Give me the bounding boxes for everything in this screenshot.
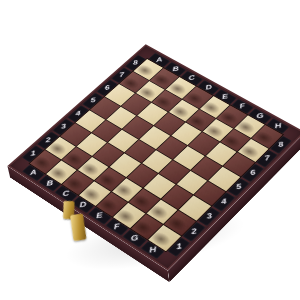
chess-board: ABCDEFGH ABCDEFGH 87654321 87654321 ♜♞♝♛…: [7, 44, 300, 271]
perspective-camera: ABCDEFGH ABCDEFGH 87654321 87654321 ♜♞♝♛…: [0, 0, 300, 300]
clasp-plate-bottom: [70, 213, 86, 241]
chess-set-photo: ABCDEFGH ABCDEFGH 87654321 87654321 ♜♞♝♛…: [0, 0, 300, 300]
scene: ABCDEFGH ABCDEFGH 87654321 87654321 ♜♞♝♛…: [0, 0, 300, 300]
